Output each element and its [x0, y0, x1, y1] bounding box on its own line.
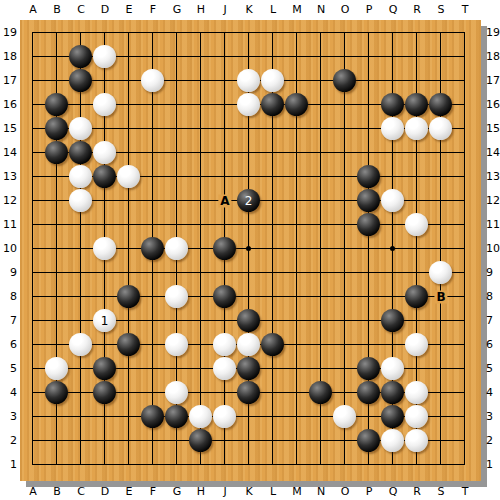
- point-J1[interactable]: [213, 453, 237, 477]
- white-stone-C12[interactable]: [69, 189, 92, 212]
- point-F2[interactable]: [141, 429, 165, 453]
- point-R2[interactable]: [405, 429, 429, 453]
- point-M17[interactable]: [285, 69, 309, 93]
- point-G6[interactable]: [165, 333, 189, 357]
- point-B18[interactable]: [45, 45, 69, 69]
- black-stone-D13[interactable]: [93, 165, 116, 188]
- point-C14[interactable]: [69, 141, 93, 165]
- point-A14[interactable]: [21, 141, 45, 165]
- white-stone-R11[interactable]: [405, 213, 428, 236]
- black-stone-M16[interactable]: [285, 93, 308, 116]
- point-E1[interactable]: [117, 453, 141, 477]
- point-Q10[interactable]: [381, 237, 405, 261]
- point-J15[interactable]: [213, 117, 237, 141]
- point-R10[interactable]: [405, 237, 429, 261]
- point-B9[interactable]: [45, 261, 69, 285]
- point-G11[interactable]: [165, 213, 189, 237]
- point-M4[interactable]: [285, 381, 309, 405]
- white-stone-K6[interactable]: [237, 333, 260, 356]
- black-stone-P12[interactable]: [357, 189, 380, 212]
- point-O6[interactable]: [333, 333, 357, 357]
- point-N1[interactable]: [309, 453, 333, 477]
- point-E14[interactable]: [117, 141, 141, 165]
- point-O19[interactable]: [333, 21, 357, 45]
- point-H10[interactable]: [189, 237, 213, 261]
- point-E2[interactable]: [117, 429, 141, 453]
- white-stone-Q12[interactable]: [381, 189, 404, 212]
- point-O18[interactable]: [333, 45, 357, 69]
- point-D9[interactable]: [93, 261, 117, 285]
- point-S6[interactable]: [429, 333, 453, 357]
- point-L17[interactable]: [261, 69, 285, 93]
- point-K18[interactable]: [237, 45, 261, 69]
- point-D19[interactable]: [93, 21, 117, 45]
- point-N6[interactable]: [309, 333, 333, 357]
- point-Q2[interactable]: [381, 429, 405, 453]
- point-E13[interactable]: [117, 165, 141, 189]
- point-O8[interactable]: [333, 285, 357, 309]
- point-Q8[interactable]: [381, 285, 405, 309]
- point-T14[interactable]: [453, 141, 477, 165]
- point-O15[interactable]: [333, 117, 357, 141]
- point-R9[interactable]: [405, 261, 429, 285]
- point-F19[interactable]: [141, 21, 165, 45]
- point-F12[interactable]: [141, 189, 165, 213]
- black-stone-D5[interactable]: [93, 357, 116, 380]
- point-J18[interactable]: [213, 45, 237, 69]
- point-P4[interactable]: [357, 381, 381, 405]
- point-J3[interactable]: [213, 405, 237, 429]
- point-A5[interactable]: [21, 357, 45, 381]
- point-L19[interactable]: [261, 21, 285, 45]
- black-stone-K12[interactable]: 2: [237, 189, 260, 212]
- point-R1[interactable]: [405, 453, 429, 477]
- point-H17[interactable]: [189, 69, 213, 93]
- point-O5[interactable]: [333, 357, 357, 381]
- point-M14[interactable]: [285, 141, 309, 165]
- point-J14[interactable]: [213, 141, 237, 165]
- point-A12[interactable]: [21, 189, 45, 213]
- point-M9[interactable]: [285, 261, 309, 285]
- point-A1[interactable]: [21, 453, 45, 477]
- point-C7[interactable]: [69, 309, 93, 333]
- white-stone-S15[interactable]: [429, 117, 452, 140]
- point-E4[interactable]: [117, 381, 141, 405]
- point-M10[interactable]: [285, 237, 309, 261]
- point-P17[interactable]: [357, 69, 381, 93]
- point-E8[interactable]: [117, 285, 141, 309]
- point-H9[interactable]: [189, 261, 213, 285]
- point-M11[interactable]: [285, 213, 309, 237]
- point-E17[interactable]: [117, 69, 141, 93]
- point-L3[interactable]: [261, 405, 285, 429]
- point-N19[interactable]: [309, 21, 333, 45]
- white-stone-D14[interactable]: [93, 141, 116, 164]
- point-O9[interactable]: [333, 261, 357, 285]
- point-J5[interactable]: [213, 357, 237, 381]
- black-stone-Q4[interactable]: [381, 381, 404, 404]
- black-stone-E8[interactable]: [117, 285, 140, 308]
- point-A9[interactable]: [21, 261, 45, 285]
- point-J8[interactable]: [213, 285, 237, 309]
- point-P14[interactable]: [357, 141, 381, 165]
- white-stone-G6[interactable]: [165, 333, 188, 356]
- point-P5[interactable]: [357, 357, 381, 381]
- point-M16[interactable]: [285, 93, 309, 117]
- point-T18[interactable]: [453, 45, 477, 69]
- point-F3[interactable]: [141, 405, 165, 429]
- point-T2[interactable]: [453, 429, 477, 453]
- black-stone-C17[interactable]: [69, 69, 92, 92]
- point-N3[interactable]: [309, 405, 333, 429]
- point-B16[interactable]: [45, 93, 69, 117]
- point-O4[interactable]: [333, 381, 357, 405]
- point-R12[interactable]: [405, 189, 429, 213]
- point-J9[interactable]: [213, 261, 237, 285]
- point-K9[interactable]: [237, 261, 261, 285]
- point-C6[interactable]: [69, 333, 93, 357]
- point-F18[interactable]: [141, 45, 165, 69]
- point-N7[interactable]: [309, 309, 333, 333]
- point-E5[interactable]: [117, 357, 141, 381]
- black-stone-Q16[interactable]: [381, 93, 404, 116]
- white-stone-R2[interactable]: [405, 429, 428, 452]
- point-O2[interactable]: [333, 429, 357, 453]
- point-O17[interactable]: [333, 69, 357, 93]
- point-B12[interactable]: [45, 189, 69, 213]
- point-A11[interactable]: [21, 213, 45, 237]
- black-stone-K4[interactable]: [237, 381, 260, 404]
- point-H16[interactable]: [189, 93, 213, 117]
- point-B10[interactable]: [45, 237, 69, 261]
- point-P13[interactable]: [357, 165, 381, 189]
- point-J13[interactable]: [213, 165, 237, 189]
- point-R19[interactable]: [405, 21, 429, 45]
- point-D18[interactable]: [93, 45, 117, 69]
- point-C11[interactable]: [69, 213, 93, 237]
- point-N4[interactable]: [309, 381, 333, 405]
- point-L9[interactable]: [261, 261, 285, 285]
- point-H4[interactable]: [189, 381, 213, 405]
- point-C10[interactable]: [69, 237, 93, 261]
- point-P12[interactable]: [357, 189, 381, 213]
- point-L2[interactable]: [261, 429, 285, 453]
- point-P6[interactable]: [357, 333, 381, 357]
- point-S9[interactable]: [429, 261, 453, 285]
- point-O16[interactable]: [333, 93, 357, 117]
- point-Q12[interactable]: [381, 189, 405, 213]
- white-stone-C6[interactable]: [69, 333, 92, 356]
- point-S1[interactable]: [429, 453, 453, 477]
- black-stone-C18[interactable]: [69, 45, 92, 68]
- point-A3[interactable]: [21, 405, 45, 429]
- point-L7[interactable]: [261, 309, 285, 333]
- white-stone-D16[interactable]: [93, 93, 116, 116]
- point-E16[interactable]: [117, 93, 141, 117]
- point-H5[interactable]: [189, 357, 213, 381]
- point-N15[interactable]: [309, 117, 333, 141]
- point-A19[interactable]: [21, 21, 45, 45]
- white-stone-H3[interactable]: [189, 405, 212, 428]
- point-B14[interactable]: [45, 141, 69, 165]
- point-T9[interactable]: [453, 261, 477, 285]
- point-S19[interactable]: [429, 21, 453, 45]
- point-M19[interactable]: [285, 21, 309, 45]
- point-Q17[interactable]: [381, 69, 405, 93]
- black-stone-H2[interactable]: [189, 429, 212, 452]
- point-E9[interactable]: [117, 261, 141, 285]
- white-stone-B5[interactable]: [45, 357, 68, 380]
- point-B1[interactable]: [45, 453, 69, 477]
- point-C12[interactable]: [69, 189, 93, 213]
- point-R16[interactable]: [405, 93, 429, 117]
- point-G2[interactable]: [165, 429, 189, 453]
- point-S15[interactable]: [429, 117, 453, 141]
- black-stone-P11[interactable]: [357, 213, 380, 236]
- black-stone-R8[interactable]: [405, 285, 428, 308]
- white-stone-S9[interactable]: [429, 261, 452, 284]
- point-P1[interactable]: [357, 453, 381, 477]
- white-stone-G10[interactable]: [165, 237, 188, 260]
- point-L4[interactable]: [261, 381, 285, 405]
- point-D7[interactable]: 1: [93, 309, 117, 333]
- point-M15[interactable]: [285, 117, 309, 141]
- point-K4[interactable]: [237, 381, 261, 405]
- point-G10[interactable]: [165, 237, 189, 261]
- point-C17[interactable]: [69, 69, 93, 93]
- point-D4[interactable]: [93, 381, 117, 405]
- point-N18[interactable]: [309, 45, 333, 69]
- point-N16[interactable]: [309, 93, 333, 117]
- point-L11[interactable]: [261, 213, 285, 237]
- point-P11[interactable]: [357, 213, 381, 237]
- point-P7[interactable]: [357, 309, 381, 333]
- point-J10[interactable]: [213, 237, 237, 261]
- point-T7[interactable]: [453, 309, 477, 333]
- point-K1[interactable]: [237, 453, 261, 477]
- white-stone-R6[interactable]: [405, 333, 428, 356]
- point-D10[interactable]: [93, 237, 117, 261]
- point-D16[interactable]: [93, 93, 117, 117]
- point-D12[interactable]: [93, 189, 117, 213]
- point-Q11[interactable]: [381, 213, 405, 237]
- point-G13[interactable]: [165, 165, 189, 189]
- point-M1[interactable]: [285, 453, 309, 477]
- point-L8[interactable]: [261, 285, 285, 309]
- black-stone-L6[interactable]: [261, 333, 284, 356]
- point-H18[interactable]: [189, 45, 213, 69]
- point-M6[interactable]: [285, 333, 309, 357]
- point-H12[interactable]: [189, 189, 213, 213]
- point-K14[interactable]: [237, 141, 261, 165]
- point-K17[interactable]: [237, 69, 261, 93]
- point-B19[interactable]: [45, 21, 69, 45]
- white-stone-C13[interactable]: [69, 165, 92, 188]
- point-H2[interactable]: [189, 429, 213, 453]
- point-T11[interactable]: [453, 213, 477, 237]
- point-H1[interactable]: [189, 453, 213, 477]
- point-R8[interactable]: [405, 285, 429, 309]
- point-A17[interactable]: [21, 69, 45, 93]
- point-M8[interactable]: [285, 285, 309, 309]
- point-R15[interactable]: [405, 117, 429, 141]
- point-S5[interactable]: [429, 357, 453, 381]
- point-A2[interactable]: [21, 429, 45, 453]
- white-stone-J5[interactable]: [213, 357, 236, 380]
- point-F15[interactable]: [141, 117, 165, 141]
- point-J16[interactable]: [213, 93, 237, 117]
- point-R6[interactable]: [405, 333, 429, 357]
- point-T15[interactable]: [453, 117, 477, 141]
- black-stone-G3[interactable]: [165, 405, 188, 428]
- point-C5[interactable]: [69, 357, 93, 381]
- point-S2[interactable]: [429, 429, 453, 453]
- point-H6[interactable]: [189, 333, 213, 357]
- black-stone-P13[interactable]: [357, 165, 380, 188]
- point-L1[interactable]: [261, 453, 285, 477]
- point-R11[interactable]: [405, 213, 429, 237]
- point-L6[interactable]: [261, 333, 285, 357]
- point-O1[interactable]: [333, 453, 357, 477]
- point-M3[interactable]: [285, 405, 309, 429]
- point-D17[interactable]: [93, 69, 117, 93]
- point-O10[interactable]: [333, 237, 357, 261]
- point-P8[interactable]: [357, 285, 381, 309]
- point-T1[interactable]: [453, 453, 477, 477]
- black-stone-N4[interactable]: [309, 381, 332, 404]
- point-D8[interactable]: [93, 285, 117, 309]
- point-H7[interactable]: [189, 309, 213, 333]
- point-R5[interactable]: [405, 357, 429, 381]
- point-G18[interactable]: [165, 45, 189, 69]
- point-Q4[interactable]: [381, 381, 405, 405]
- point-E19[interactable]: [117, 21, 141, 45]
- point-F16[interactable]: [141, 93, 165, 117]
- point-K13[interactable]: [237, 165, 261, 189]
- point-N14[interactable]: [309, 141, 333, 165]
- point-F5[interactable]: [141, 357, 165, 381]
- point-A15[interactable]: [21, 117, 45, 141]
- point-L18[interactable]: [261, 45, 285, 69]
- point-F14[interactable]: [141, 141, 165, 165]
- black-stone-J8[interactable]: [213, 285, 236, 308]
- point-T10[interactable]: [453, 237, 477, 261]
- point-E15[interactable]: [117, 117, 141, 141]
- white-stone-Q5[interactable]: [381, 357, 404, 380]
- point-G17[interactable]: [165, 69, 189, 93]
- point-D13[interactable]: [93, 165, 117, 189]
- black-stone-E6[interactable]: [117, 333, 140, 356]
- point-M5[interactable]: [285, 357, 309, 381]
- point-D3[interactable]: [93, 405, 117, 429]
- point-A10[interactable]: [21, 237, 45, 261]
- point-P18[interactable]: [357, 45, 381, 69]
- point-F6[interactable]: [141, 333, 165, 357]
- point-K2[interactable]: [237, 429, 261, 453]
- point-J17[interactable]: [213, 69, 237, 93]
- point-F9[interactable]: [141, 261, 165, 285]
- point-T8[interactable]: [453, 285, 477, 309]
- point-A16[interactable]: [21, 93, 45, 117]
- point-N2[interactable]: [309, 429, 333, 453]
- point-Q19[interactable]: [381, 21, 405, 45]
- white-stone-R3[interactable]: [405, 405, 428, 428]
- point-A8[interactable]: [21, 285, 45, 309]
- point-A18[interactable]: [21, 45, 45, 69]
- white-stone-D10[interactable]: [93, 237, 116, 260]
- point-K11[interactable]: [237, 213, 261, 237]
- point-T17[interactable]: [453, 69, 477, 93]
- point-P3[interactable]: [357, 405, 381, 429]
- point-Q18[interactable]: [381, 45, 405, 69]
- point-B7[interactable]: [45, 309, 69, 333]
- white-stone-D7[interactable]: 1: [93, 309, 116, 332]
- point-G9[interactable]: [165, 261, 189, 285]
- point-T6[interactable]: [453, 333, 477, 357]
- point-Q15[interactable]: [381, 117, 405, 141]
- white-stone-R15[interactable]: [405, 117, 428, 140]
- point-E7[interactable]: [117, 309, 141, 333]
- point-C19[interactable]: [69, 21, 93, 45]
- point-N17[interactable]: [309, 69, 333, 93]
- point-E6[interactable]: [117, 333, 141, 357]
- point-T13[interactable]: [453, 165, 477, 189]
- point-F8[interactable]: [141, 285, 165, 309]
- point-Q7[interactable]: [381, 309, 405, 333]
- point-E18[interactable]: [117, 45, 141, 69]
- point-R7[interactable]: [405, 309, 429, 333]
- point-H13[interactable]: [189, 165, 213, 189]
- point-C1[interactable]: [69, 453, 93, 477]
- point-S3[interactable]: [429, 405, 453, 429]
- point-B5[interactable]: [45, 357, 69, 381]
- black-stone-L16[interactable]: [261, 93, 284, 116]
- point-J2[interactable]: [213, 429, 237, 453]
- point-B2[interactable]: [45, 429, 69, 453]
- white-stone-C15[interactable]: [69, 117, 92, 140]
- point-S4[interactable]: [429, 381, 453, 405]
- white-stone-G8[interactable]: [165, 285, 188, 308]
- point-B13[interactable]: [45, 165, 69, 189]
- point-L14[interactable]: [261, 141, 285, 165]
- point-L16[interactable]: [261, 93, 285, 117]
- black-stone-B14[interactable]: [45, 141, 68, 164]
- point-R13[interactable]: [405, 165, 429, 189]
- point-F7[interactable]: [141, 309, 165, 333]
- point-Q14[interactable]: [381, 141, 405, 165]
- point-E10[interactable]: [117, 237, 141, 261]
- point-D2[interactable]: [93, 429, 117, 453]
- point-H19[interactable]: [189, 21, 213, 45]
- point-T12[interactable]: [453, 189, 477, 213]
- black-stone-P5[interactable]: [357, 357, 380, 380]
- point-L5[interactable]: [261, 357, 285, 381]
- point-F17[interactable]: [141, 69, 165, 93]
- point-S7[interactable]: [429, 309, 453, 333]
- point-M12[interactable]: [285, 189, 309, 213]
- point-K10[interactable]: [237, 237, 261, 261]
- point-J12[interactable]: A: [213, 189, 237, 213]
- point-N10[interactable]: [309, 237, 333, 261]
- white-stone-K16[interactable]: [237, 93, 260, 116]
- white-stone-J6[interactable]: [213, 333, 236, 356]
- point-G19[interactable]: [165, 21, 189, 45]
- point-M13[interactable]: [285, 165, 309, 189]
- point-C4[interactable]: [69, 381, 93, 405]
- point-N8[interactable]: [309, 285, 333, 309]
- point-Q9[interactable]: [381, 261, 405, 285]
- point-O14[interactable]: [333, 141, 357, 165]
